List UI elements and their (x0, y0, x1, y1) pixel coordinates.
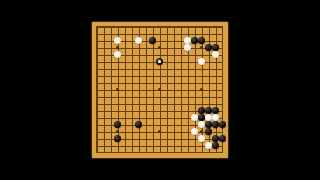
white-stone (212, 114, 219, 121)
white-stone (198, 135, 205, 142)
white-stone (205, 114, 212, 121)
go-board[interactable] (92, 22, 228, 158)
white-stone (191, 128, 198, 135)
star-point (158, 46, 161, 49)
black-stone (205, 44, 212, 51)
star-point (158, 130, 161, 133)
black-stone (198, 114, 205, 121)
star-point (200, 46, 203, 49)
black-stone (198, 107, 205, 114)
white-stone (114, 37, 121, 44)
black-stone (212, 107, 219, 114)
black-stone (212, 135, 219, 142)
black-stone (156, 58, 163, 65)
white-stone (212, 51, 219, 58)
white-stone (198, 121, 205, 128)
white-stone (184, 37, 191, 44)
white-stone (184, 44, 191, 51)
black-stone (219, 135, 226, 142)
star-point (158, 88, 161, 91)
white-stone (205, 142, 212, 149)
screen-background (0, 0, 320, 180)
star-point (116, 88, 119, 91)
black-stone (114, 121, 121, 128)
black-stone (205, 107, 212, 114)
black-stone (205, 121, 212, 128)
white-stone (198, 58, 205, 65)
black-stone (205, 128, 212, 135)
black-stone (191, 37, 198, 44)
star-point (200, 130, 203, 133)
white-stone (135, 37, 142, 44)
star-point (116, 130, 119, 133)
black-stone (135, 121, 142, 128)
black-stone (198, 37, 205, 44)
black-stone (219, 121, 226, 128)
white-stone (114, 51, 121, 58)
black-stone (114, 135, 121, 142)
star-point (116, 46, 119, 49)
white-stone (191, 114, 198, 121)
black-stone (149, 37, 156, 44)
star-point (200, 88, 203, 91)
black-stone (212, 121, 219, 128)
last-move-marker (158, 60, 161, 63)
black-stone (212, 142, 219, 149)
black-stone (212, 44, 219, 51)
